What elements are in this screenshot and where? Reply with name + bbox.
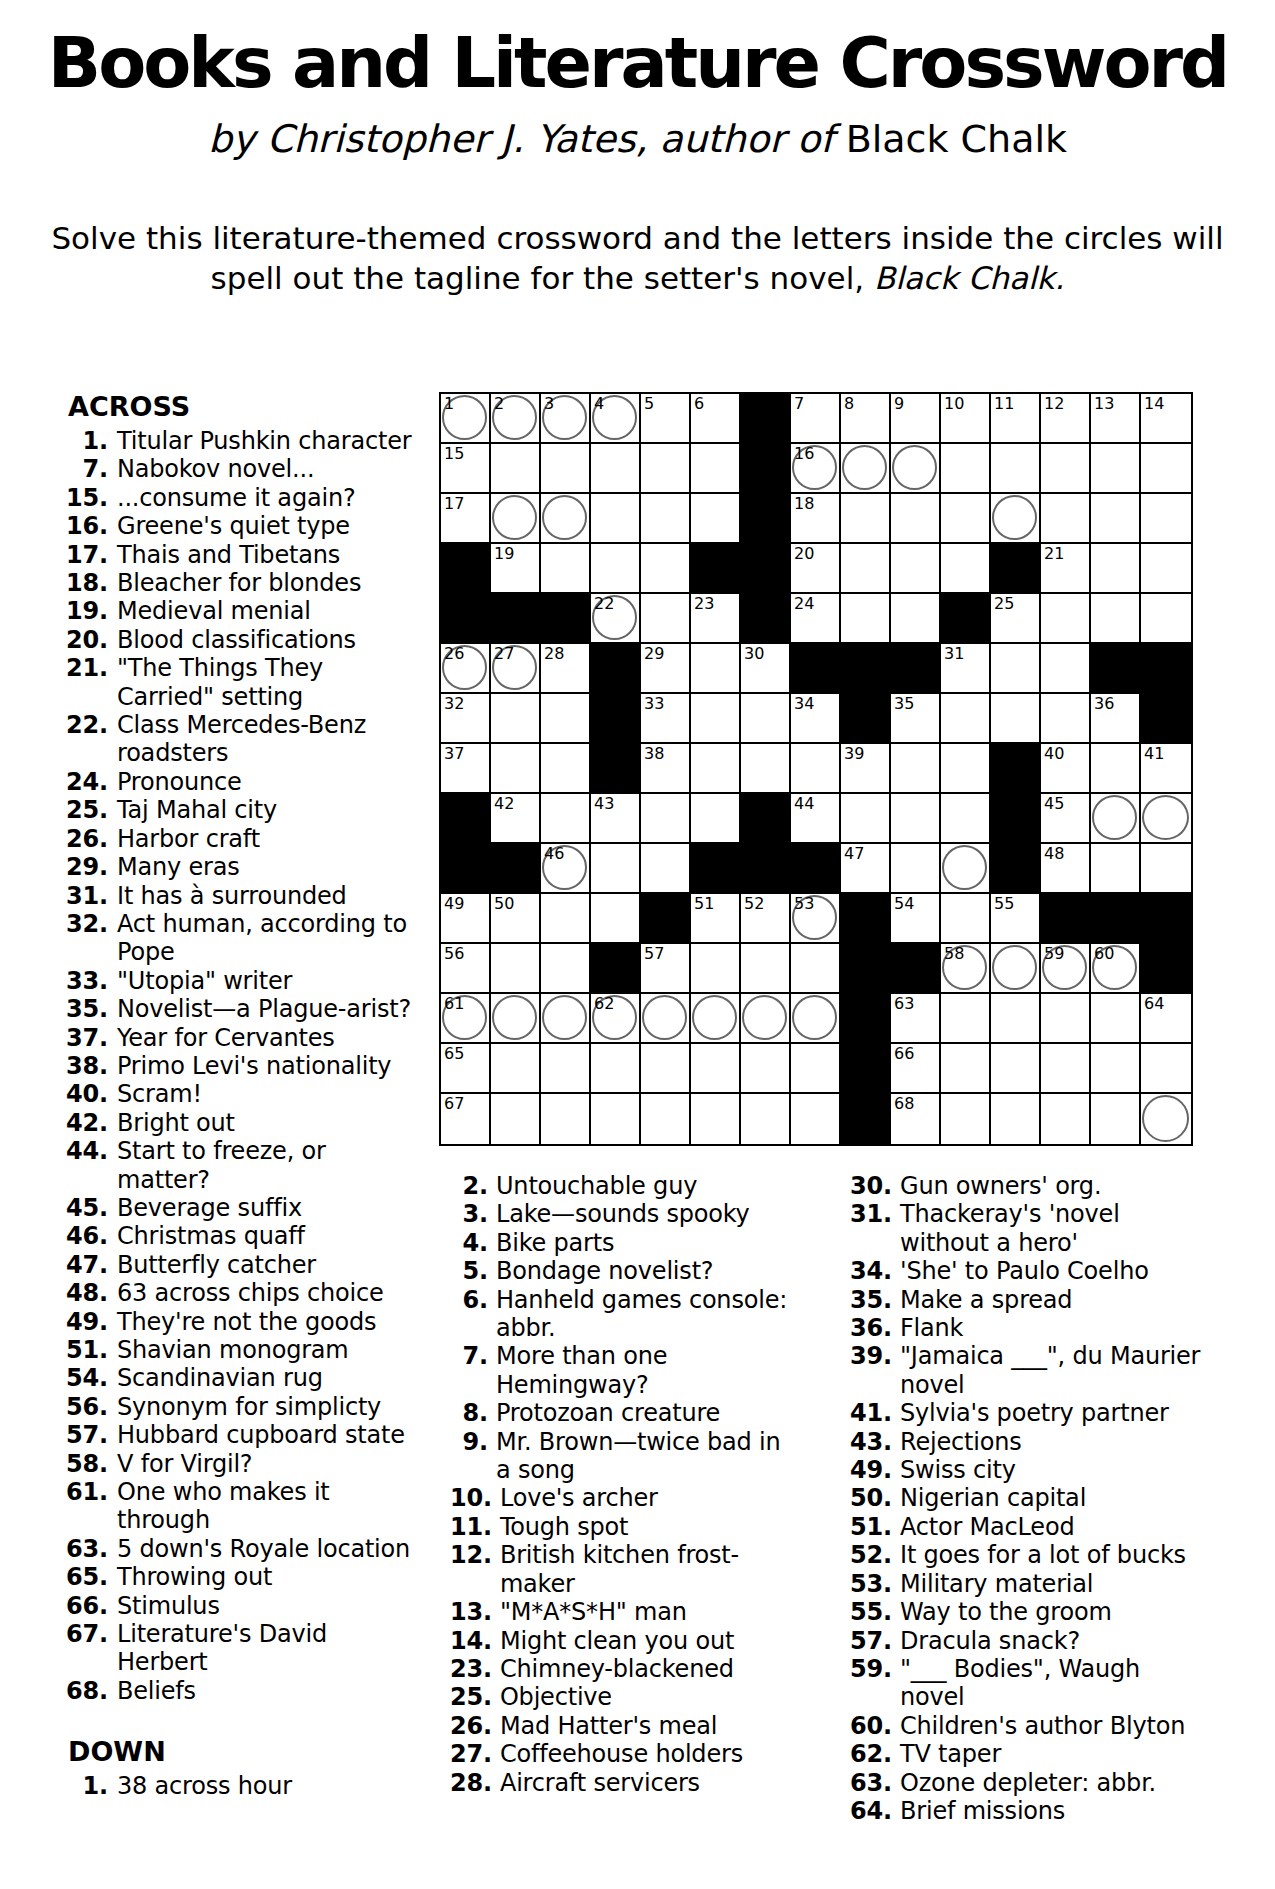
grid-cell[interactable] — [491, 1094, 541, 1144]
clue-item: 16.Greene's quiet type — [55, 512, 457, 540]
clue-number: 66. — [55, 1592, 108, 1620]
clue-number: 36. — [845, 1314, 892, 1342]
grid-cell[interactable] — [1141, 794, 1191, 844]
grid-cell[interactable] — [491, 444, 541, 494]
grid-cell[interactable] — [1041, 994, 1091, 1044]
cell-number: 49 — [444, 894, 464, 913]
clue-text: Year for Cervantes — [117, 1024, 335, 1052]
grid-cell[interactable] — [1141, 594, 1191, 644]
clue-number: 57. — [55, 1421, 108, 1449]
grid-cell[interactable]: 44 — [791, 794, 841, 844]
clue-text: ...consume it again? — [117, 484, 355, 512]
cell-number: 41 — [1144, 744, 1164, 763]
grid-cell[interactable] — [1091, 1094, 1141, 1144]
grid-cell[interactable] — [641, 494, 691, 544]
clue-number: 39. — [845, 1342, 892, 1399]
grid-cell[interactable] — [1141, 544, 1191, 594]
circle-marker — [842, 445, 887, 490]
grid-cell[interactable]: 38 — [641, 744, 691, 794]
black-cell — [491, 594, 541, 644]
clue-text: "M*A*S*H" man — [500, 1598, 687, 1626]
grid-cell[interactable] — [1091, 544, 1141, 594]
clue-number: 27. — [450, 1740, 492, 1768]
grid-cell[interactable] — [991, 694, 1041, 744]
grid-cell[interactable]: 45 — [1041, 794, 1091, 844]
grid-cell[interactable] — [941, 894, 991, 944]
grid-cell[interactable] — [541, 544, 591, 594]
byline-author: by Christopher J. Yates, author of — [208, 117, 846, 161]
grid-cell[interactable]: 62 — [591, 994, 641, 1044]
grid-cell[interactable] — [641, 444, 691, 494]
grid-cell[interactable] — [741, 994, 791, 1044]
clue-item: 53.Military material — [845, 1570, 1275, 1598]
grid-cell[interactable] — [691, 694, 741, 744]
grid-cell[interactable] — [991, 444, 1041, 494]
grid-cell[interactable] — [941, 694, 991, 744]
clue-item: 41.Sylvia's poetry partner — [845, 1399, 1275, 1427]
grid-cell[interactable]: 13 — [1091, 394, 1141, 444]
grid-cell[interactable]: 46 — [541, 844, 591, 894]
grid-cell[interactable] — [941, 1044, 991, 1094]
black-cell — [591, 694, 641, 744]
grid-cell[interactable] — [691, 494, 741, 544]
grid-cell[interactable]: 39 — [841, 744, 891, 794]
grid-cell[interactable] — [941, 494, 991, 544]
grid-cell[interactable] — [891, 444, 941, 494]
clue-text: Untouchable guy — [496, 1172, 697, 1200]
grid-cell[interactable]: 53 — [791, 894, 841, 944]
clue-item: 51.Actor MacLeod — [845, 1513, 1275, 1541]
grid-cell[interactable] — [641, 794, 691, 844]
grid-cell[interactable] — [541, 694, 591, 744]
clue-item: 13."M*A*S*H" man — [450, 1598, 856, 1626]
grid-cell[interactable] — [891, 494, 941, 544]
grid-cell[interactable]: 33 — [641, 694, 691, 744]
cell-number: 25 — [994, 594, 1014, 613]
clue-item: 17.Thais and Tibetans — [55, 541, 457, 569]
clue-number: 7. — [55, 455, 108, 483]
clue-text: Coffeehouse holders — [500, 1740, 743, 1768]
grid-cell[interactable] — [741, 744, 791, 794]
clue-item: 1.Titular Pushkin character — [55, 427, 457, 455]
grid-cell[interactable] — [1091, 1044, 1141, 1094]
grid-cell[interactable] — [941, 994, 991, 1044]
grid-cell[interactable] — [1091, 594, 1141, 644]
clue-item: 18.Bleacher for blondes — [55, 569, 457, 597]
grid-cell[interactable]: 20 — [791, 544, 841, 594]
grid-cell[interactable]: 48 — [1041, 844, 1091, 894]
grid-cell[interactable] — [1091, 744, 1141, 794]
grid-cell[interactable]: 36 — [1091, 694, 1141, 744]
grid-cell[interactable] — [691, 644, 741, 694]
grid-cell[interactable] — [641, 844, 691, 894]
grid-cell[interactable]: 21 — [1041, 544, 1091, 594]
grid-cell[interactable]: 60 — [1091, 944, 1141, 994]
grid-cell[interactable]: 50 — [491, 894, 541, 944]
cell-number: 60 — [1094, 944, 1114, 963]
grid-cell[interactable] — [541, 1094, 591, 1144]
cell-number: 46 — [544, 844, 564, 863]
clue-text: Synonym for simplicty — [117, 1393, 381, 1421]
clue-text: Military material — [900, 1570, 1093, 1598]
grid-cell[interactable] — [691, 944, 741, 994]
grid-cell[interactable] — [1091, 794, 1141, 844]
black-cell — [1141, 694, 1191, 744]
grid-cell[interactable] — [841, 494, 891, 544]
clue-text: Actor MacLeod — [900, 1513, 1074, 1541]
clue-text: Greene's quiet type — [117, 512, 350, 540]
clue-number: 14. — [450, 1627, 492, 1655]
grid-cell[interactable] — [1091, 444, 1141, 494]
grid-cell[interactable]: 12 — [1041, 394, 1091, 444]
grid-cell[interactable] — [591, 894, 641, 944]
clue-number: 51. — [845, 1513, 892, 1541]
clue-item: 31.It has à surrounded — [55, 882, 457, 910]
grid-cell[interactable] — [491, 994, 541, 1044]
grid-cell[interactable] — [941, 544, 991, 594]
down-clue-list-3: 30.Gun owners' org.31.Thackeray's 'novel… — [845, 1172, 1275, 1825]
clue-text: Christmas quaff — [117, 1222, 305, 1250]
grid-cell[interactable] — [541, 894, 591, 944]
grid-cell[interactable]: 42 — [491, 794, 541, 844]
grid-cell[interactable]: 24 — [791, 594, 841, 644]
grid-cell[interactable]: 3 — [541, 394, 591, 444]
clue-text: Butterfly catcher — [117, 1251, 316, 1279]
clue-text: Shavian monogram — [117, 1336, 349, 1364]
circle-marker — [892, 445, 937, 490]
grid-cell[interactable] — [891, 544, 941, 594]
clue-item: 47.Butterfly catcher — [55, 1251, 457, 1279]
grid-cell[interactable]: 7 — [791, 394, 841, 444]
cell-number: 12 — [1044, 394, 1064, 413]
cell-number: 4 — [594, 394, 604, 413]
grid-cell[interactable]: 58 — [941, 944, 991, 994]
grid-cell[interactable] — [791, 1044, 841, 1094]
grid-cell[interactable] — [941, 1094, 991, 1144]
grid-cell[interactable]: 14 — [1141, 394, 1191, 444]
grid-cell[interactable]: 4 — [591, 394, 641, 444]
clue-number: 63. — [845, 1769, 892, 1797]
grid-cell[interactable]: 11 — [991, 394, 1041, 444]
grid-cell[interactable] — [1041, 444, 1091, 494]
clue-item: 59."___ Bodies", Waugh novel — [845, 1655, 1275, 1712]
clue-item: 24.Pronounce — [55, 768, 457, 796]
grid-cell[interactable] — [591, 844, 641, 894]
grid-cell[interactable] — [541, 794, 591, 844]
cell-number: 62 — [594, 994, 614, 1013]
grid-cell[interactable] — [1091, 994, 1141, 1044]
clue-text: Sylvia's poetry partner — [900, 1399, 1169, 1427]
grid-cell[interactable] — [991, 494, 1041, 544]
grid-cell[interactable] — [841, 594, 891, 644]
clue-number: 19. — [55, 597, 108, 625]
grid-cell[interactable] — [891, 844, 941, 894]
clue-text: Pronounce — [117, 768, 242, 796]
clue-text: Chimney-blackened — [500, 1655, 734, 1683]
grid-cell[interactable] — [1041, 1044, 1091, 1094]
black-cell — [1141, 944, 1191, 994]
cell-number: 38 — [644, 744, 664, 763]
grid-cell[interactable] — [741, 1044, 791, 1094]
clue-number: 50. — [845, 1484, 892, 1512]
grid-cell[interactable] — [791, 944, 841, 994]
grid-cell[interactable] — [691, 794, 741, 844]
circle-marker — [992, 945, 1037, 990]
grid-cell[interactable]: 16 — [791, 444, 841, 494]
clue-number: 68. — [55, 1677, 108, 1705]
clue-text: Objective — [500, 1683, 612, 1711]
grid-cell[interactable] — [641, 994, 691, 1044]
clue-item: 8.Protozoan creature — [450, 1399, 856, 1427]
clue-text: "The Things They Carried" setting — [117, 654, 323, 711]
grid-cell[interactable] — [1141, 1094, 1191, 1144]
grid-cell[interactable] — [1091, 844, 1141, 894]
grid-cell[interactable] — [541, 744, 591, 794]
clue-text: Thais and Tibetans — [117, 541, 340, 569]
clue-number: 6. — [450, 1286, 488, 1343]
grid-cell[interactable] — [641, 544, 691, 594]
grid-cell[interactable]: 63 — [891, 994, 941, 1044]
grid-cell[interactable]: 8 — [841, 394, 891, 444]
cell-number: 17 — [444, 494, 464, 513]
black-cell — [591, 744, 641, 794]
grid-cell[interactable] — [991, 644, 1041, 694]
clue-item: 50.Nigerian capital — [845, 1484, 1275, 1512]
clue-item: 49.They're not the goods — [55, 1308, 457, 1336]
grid-cell[interactable] — [1141, 494, 1191, 544]
grid-cell[interactable] — [841, 794, 891, 844]
grid-cell[interactable] — [741, 944, 791, 994]
clue-item: 39."Jamaica ___", du Maurier novel — [845, 1342, 1275, 1399]
grid-cell[interactable] — [941, 444, 991, 494]
grid-cell[interactable] — [991, 1094, 1041, 1144]
grid-cell[interactable] — [791, 994, 841, 1044]
clue-text: Scandinavian rug — [117, 1364, 323, 1392]
clue-number: 11. — [450, 1513, 492, 1541]
grid-cell[interactable] — [891, 594, 941, 644]
grid-cell[interactable] — [691, 744, 741, 794]
black-cell — [841, 944, 891, 994]
grid-cell[interactable] — [941, 794, 991, 844]
black-cell — [841, 694, 891, 744]
grid-cell[interactable] — [1041, 594, 1091, 644]
cell-number: 48 — [1044, 844, 1064, 863]
grid-cell[interactable]: 22 — [591, 594, 641, 644]
clue-text: It goes for a lot of bucks — [900, 1541, 1186, 1569]
grid-cell[interactable] — [591, 494, 641, 544]
grid-cell[interactable] — [1141, 1044, 1191, 1094]
cell-number: 1 — [444, 394, 454, 413]
grid-cell[interactable]: 47 — [841, 844, 891, 894]
instructions-line2: spell out the tagline for the setter's n… — [0, 258, 1275, 298]
clue-text: Class Mercedes-Benz roadsters — [117, 711, 366, 768]
grid-cell[interactable] — [1041, 694, 1091, 744]
grid-cell[interactable] — [691, 1044, 741, 1094]
clue-number: 67. — [55, 1620, 108, 1677]
grid-cell[interactable] — [791, 744, 841, 794]
black-cell — [1141, 894, 1191, 944]
black-cell — [1041, 894, 1091, 944]
clue-number: 62. — [845, 1740, 892, 1768]
grid-cell[interactable] — [541, 1044, 591, 1094]
grid-cell[interactable]: 64 — [1141, 994, 1191, 1044]
clue-item: 19.Medieval menial — [55, 597, 457, 625]
clue-number: 7. — [450, 1342, 488, 1399]
grid-cell[interactable]: 27 — [491, 644, 541, 694]
grid-cell[interactable]: 41 — [1141, 744, 1191, 794]
grid-cell[interactable] — [991, 994, 1041, 1044]
clue-text: Way to the groom — [900, 1598, 1112, 1626]
clue-item: 20.Blood classifications — [55, 626, 457, 654]
grid-cell[interactable] — [1141, 844, 1191, 894]
cell-number: 54 — [894, 894, 914, 913]
clue-item: 7.Nabokov novel... — [55, 455, 457, 483]
clue-item: 68.Beliefs — [55, 1677, 457, 1705]
black-cell — [841, 1094, 891, 1144]
grid-cell[interactable] — [641, 1044, 691, 1094]
clue-number: 26. — [450, 1712, 492, 1740]
black-cell — [741, 444, 791, 494]
grid-cell[interactable] — [491, 1044, 541, 1094]
grid-cell[interactable]: 18 — [791, 494, 841, 544]
grid-cell[interactable]: 5 — [641, 394, 691, 444]
grid-cell[interactable] — [691, 444, 741, 494]
grid-cell[interactable]: 35 — [891, 694, 941, 744]
circle-marker — [942, 845, 987, 890]
grid-cell[interactable] — [641, 594, 691, 644]
grid-cell[interactable]: 10 — [941, 394, 991, 444]
cell-number: 51 — [694, 894, 714, 913]
cell-number: 40 — [1044, 744, 1064, 763]
clue-item: 11.Tough spot — [450, 1513, 856, 1541]
grid-cell[interactable]: 40 — [1041, 744, 1091, 794]
grid-cell[interactable] — [941, 844, 991, 894]
grid-cell[interactable]: 59 — [1041, 944, 1091, 994]
grid-cell[interactable]: 19 — [491, 544, 541, 594]
clue-text: Swiss city — [900, 1456, 1016, 1484]
cell-number: 24 — [794, 594, 814, 613]
grid-cell[interactable] — [1141, 444, 1191, 494]
grid-cell[interactable] — [841, 544, 891, 594]
black-cell — [841, 894, 891, 944]
clue-item: 4.Bike parts — [450, 1229, 856, 1257]
clue-number: 1. — [55, 1772, 108, 1800]
grid-cell[interactable]: 43 — [591, 794, 641, 844]
grid-cell[interactable]: 25 — [991, 594, 1041, 644]
grid-cell[interactable] — [541, 444, 591, 494]
grid-cell[interactable] — [591, 1044, 641, 1094]
clue-number: 55. — [845, 1598, 892, 1626]
grid-cell[interactable] — [1041, 644, 1091, 694]
clue-text: V for Virgil? — [117, 1450, 252, 1478]
cell-number: 34 — [794, 694, 814, 713]
grid-cell[interactable] — [641, 1094, 691, 1144]
grid-cell[interactable] — [591, 444, 641, 494]
grid-cell[interactable] — [541, 944, 591, 994]
clue-number: 51. — [55, 1336, 108, 1364]
grid-cell[interactable]: 28 — [541, 644, 591, 694]
grid-cell[interactable] — [741, 1094, 791, 1144]
grid-cell[interactable] — [891, 744, 941, 794]
grid-cell[interactable]: 68 — [891, 1094, 941, 1144]
clue-item: 28.Aircraft servicers — [450, 1769, 856, 1797]
grid-cell[interactable] — [991, 944, 1041, 994]
grid-cell[interactable] — [491, 694, 541, 744]
down-clue-list-1: 1.38 across hour — [55, 1772, 457, 1800]
grid-cell[interactable]: 31 — [941, 644, 991, 694]
grid-cell[interactable] — [491, 744, 541, 794]
clue-text: Rejections — [900, 1428, 1021, 1456]
grid-cell[interactable] — [991, 1044, 1041, 1094]
grid-cell[interactable]: 29 — [641, 644, 691, 694]
clue-number: 54. — [55, 1364, 108, 1392]
clue-text: They're not the goods — [117, 1308, 376, 1336]
cell-number: 29 — [644, 644, 664, 663]
black-cell — [591, 644, 641, 694]
grid-cell[interactable]: 57 — [641, 944, 691, 994]
clue-item: 7.More than one Hemingway? — [450, 1342, 856, 1399]
cell-number: 9 — [894, 394, 904, 413]
grid-cell[interactable]: 30 — [741, 644, 791, 694]
clue-number: 15. — [55, 484, 108, 512]
grid-cell[interactable]: 2 — [491, 394, 541, 444]
cell-number: 27 — [494, 644, 514, 663]
clue-text: "Utopia" writer — [117, 967, 292, 995]
clue-text: Hubbard cupboard state — [117, 1421, 405, 1449]
grid-cell[interactable] — [491, 494, 541, 544]
grid-cell[interactable]: 66 — [891, 1044, 941, 1094]
cell-number: 10 — [944, 394, 964, 413]
cell-number: 3 — [544, 394, 554, 413]
grid-cell[interactable]: 51 — [691, 894, 741, 944]
grid-cell[interactable]: 9 — [891, 394, 941, 444]
cell-number: 47 — [844, 844, 864, 863]
grid-cell[interactable] — [1041, 494, 1091, 544]
grid-cell[interactable] — [741, 694, 791, 744]
grid-cell[interactable]: 52 — [741, 894, 791, 944]
grid-cell[interactable] — [841, 444, 891, 494]
grid-cell[interactable]: 34 — [791, 694, 841, 744]
grid-cell[interactable] — [791, 1094, 841, 1144]
clue-item: 61.One who makes it through — [55, 1478, 457, 1535]
cell-number: 23 — [694, 594, 714, 613]
grid-cell[interactable] — [541, 994, 591, 1044]
grid-cell[interactable]: 6 — [691, 394, 741, 444]
circle-marker — [492, 495, 537, 540]
grid-cell[interactable]: 23 — [691, 594, 741, 644]
grid-cell[interactable] — [941, 744, 991, 794]
clue-number: 32. — [55, 910, 108, 967]
grid-cell[interactable] — [1091, 494, 1141, 544]
grid-cell[interactable] — [691, 1094, 741, 1144]
grid-cell[interactable] — [891, 794, 941, 844]
clue-number: 35. — [845, 1286, 892, 1314]
cell-number: 19 — [494, 544, 514, 563]
grid-cell[interactable] — [591, 1094, 641, 1144]
grid-cell[interactable] — [541, 494, 591, 544]
grid-cell[interactable]: 54 — [891, 894, 941, 944]
clue-number: 49. — [845, 1456, 892, 1484]
grid-cell[interactable] — [1041, 1094, 1091, 1144]
grid-cell[interactable] — [591, 544, 641, 594]
clue-number: 13. — [450, 1598, 492, 1626]
grid-cell[interactable] — [491, 944, 541, 994]
grid-cell[interactable]: 55 — [991, 894, 1041, 944]
clue-number: 4. — [450, 1229, 488, 1257]
grid-cell[interactable] — [691, 994, 741, 1044]
page: { "game": "crossword", "header": { "titl… — [0, 0, 1275, 1889]
cell-number: 68 — [894, 1094, 914, 1113]
